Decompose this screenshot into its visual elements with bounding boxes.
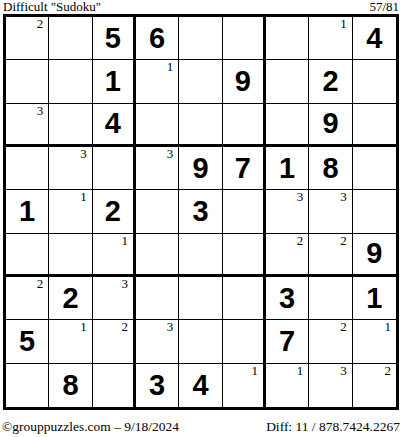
cell-r1c5[interactable] xyxy=(179,17,222,60)
cell-r1c7[interactable] xyxy=(266,17,309,60)
given-digit: 2 xyxy=(309,60,351,102)
cell-r3c3[interactable]: 4 xyxy=(93,104,136,147)
cell-r7c4[interactable] xyxy=(136,277,179,320)
progress-counter: 57/81 xyxy=(369,0,399,13)
corner-mark: 2 xyxy=(37,276,44,291)
cell-r3c2[interactable] xyxy=(49,104,92,147)
corner-mark: 1 xyxy=(251,363,258,378)
given-digit: 9 xyxy=(223,60,263,102)
cell-r5c3[interactable]: 2 xyxy=(93,190,136,233)
cell-r2c4[interactable]: 1 xyxy=(136,60,179,103)
cell-r4c8[interactable]: 8 xyxy=(309,147,352,190)
corner-mark: 3 xyxy=(167,146,174,161)
given-digit: 7 xyxy=(223,147,263,189)
cell-r6c5[interactable] xyxy=(179,234,222,277)
cell-r8c9[interactable]: 1 xyxy=(353,320,396,363)
cell-r1c6[interactable] xyxy=(223,17,266,60)
cell-r8c7[interactable]: 7 xyxy=(266,320,309,363)
cell-r5c7[interactable]: 3 xyxy=(266,190,309,233)
corner-mark: 1 xyxy=(384,319,391,334)
corner-mark: 2 xyxy=(340,233,347,248)
cell-r2c8[interactable]: 2 xyxy=(309,60,352,103)
cell-r1c1[interactable]: 2 xyxy=(6,17,49,60)
cell-r6c3[interactable]: 1 xyxy=(93,234,136,277)
corner-mark: 3 xyxy=(340,363,347,378)
cell-r7c3[interactable]: 3 xyxy=(93,277,136,320)
cell-r1c2[interactable] xyxy=(49,17,92,60)
cell-r3c4[interactable] xyxy=(136,104,179,147)
cell-r4c2[interactable]: 3 xyxy=(49,147,92,190)
cell-r2c1[interactable] xyxy=(6,60,49,103)
cell-r7c8[interactable] xyxy=(309,277,352,320)
cell-r8c5[interactable] xyxy=(179,320,222,363)
corner-mark: 1 xyxy=(121,233,128,248)
given-digit: 3 xyxy=(136,364,178,407)
sudoku-board: 2561411923493397181123331229223315123721… xyxy=(3,14,399,410)
cell-r4c9[interactable] xyxy=(353,147,396,190)
copyright-date: ©grouppuzzles.com – 9/18/2024 xyxy=(2,420,179,434)
cell-r4c3[interactable] xyxy=(93,147,136,190)
given-digit: 3 xyxy=(179,190,221,232)
cell-r6c6[interactable] xyxy=(223,234,266,277)
cell-r6c8[interactable]: 2 xyxy=(309,234,352,277)
corner-mark: 1 xyxy=(80,189,87,204)
cell-r4c5[interactable]: 9 xyxy=(179,147,222,190)
corner-mark: 1 xyxy=(167,59,174,74)
cell-r7c1[interactable]: 2 xyxy=(6,277,49,320)
given-digit: 1 xyxy=(266,147,308,189)
corner-mark: 3 xyxy=(340,189,347,204)
given-digit: 1 xyxy=(353,277,396,319)
cell-r5c5[interactable]: 3 xyxy=(179,190,222,233)
cell-r1c4[interactable]: 6 xyxy=(136,17,179,60)
cell-r2c9[interactable] xyxy=(353,60,396,103)
given-digit: 7 xyxy=(266,320,308,362)
cell-r1c9[interactable]: 4 xyxy=(353,17,396,60)
cell-r8c3[interactable]: 2 xyxy=(93,320,136,363)
cell-r7c2[interactable]: 2 xyxy=(49,277,92,320)
cell-r7c7[interactable]: 3 xyxy=(266,277,309,320)
cell-r3c5[interactable] xyxy=(179,104,222,147)
given-digit: 1 xyxy=(93,60,133,102)
cell-r4c1[interactable] xyxy=(6,147,49,190)
cell-r6c9[interactable]: 9 xyxy=(353,234,396,277)
given-digit: 4 xyxy=(353,17,396,59)
cell-r8c8[interactable]: 2 xyxy=(309,320,352,363)
header: Difficult "Sudoku" 57/81 xyxy=(3,0,399,13)
cell-r9c4[interactable]: 3 xyxy=(136,364,179,407)
cell-r8c1[interactable]: 5 xyxy=(6,320,49,363)
puzzle-title: Difficult "Sudoku" xyxy=(3,0,101,13)
cell-r2c3[interactable]: 1 xyxy=(93,60,136,103)
cell-r2c7[interactable] xyxy=(266,60,309,103)
cell-r7c9[interactable]: 1 xyxy=(353,277,396,320)
cell-r6c7[interactable]: 2 xyxy=(266,234,309,277)
given-digit: 9 xyxy=(179,147,221,189)
cell-r5c2[interactable]: 1 xyxy=(49,190,92,233)
corner-mark: 1 xyxy=(297,363,304,378)
cell-r1c8[interactable]: 1 xyxy=(309,17,352,60)
given-digit: 2 xyxy=(49,277,91,319)
corner-mark: 3 xyxy=(80,146,87,161)
cell-r5c1[interactable]: 1 xyxy=(6,190,49,233)
cell-r9c6[interactable]: 1 xyxy=(223,364,266,407)
corner-mark: 2 xyxy=(37,16,44,31)
cell-r8c6[interactable] xyxy=(223,320,266,363)
given-digit: 5 xyxy=(6,320,48,362)
cell-r9c7[interactable]: 1 xyxy=(266,364,309,407)
cell-r4c7[interactable]: 1 xyxy=(266,147,309,190)
footer: ©grouppuzzles.com – 9/18/2024 Diff: 11 /… xyxy=(2,420,400,434)
corner-mark: 3 xyxy=(167,319,174,334)
given-digit: 2 xyxy=(93,190,133,232)
corner-mark: 1 xyxy=(340,16,347,31)
given-digit: 3 xyxy=(266,277,308,319)
cell-r5c6[interactable] xyxy=(223,190,266,233)
difficulty-info: Diff: 11 / 878.7424.2267 xyxy=(266,420,400,434)
cell-r6c4[interactable] xyxy=(136,234,179,277)
cell-r2c6[interactable]: 9 xyxy=(223,60,266,103)
sudoku-page: Difficult "Sudoku" 57/81 256141192349339… xyxy=(0,0,402,437)
given-digit: 1 xyxy=(6,190,48,232)
cell-r9c9[interactable]: 2 xyxy=(353,364,396,407)
given-digit: 5 xyxy=(93,17,133,59)
given-digit: 9 xyxy=(353,234,396,274)
cell-r5c8[interactable]: 3 xyxy=(309,190,352,233)
given-digit: 4 xyxy=(179,364,221,407)
given-digit: 9 xyxy=(309,104,351,144)
cell-r2c5[interactable] xyxy=(179,60,222,103)
corner-mark: 3 xyxy=(297,189,304,204)
corner-mark: 2 xyxy=(121,319,128,334)
cell-r8c2[interactable]: 1 xyxy=(49,320,92,363)
corner-mark: 1 xyxy=(80,319,87,334)
cell-r7c5[interactable] xyxy=(179,277,222,320)
cell-r1c3[interactable]: 5 xyxy=(93,17,136,60)
given-digit: 8 xyxy=(49,364,91,407)
cell-r4c4[interactable]: 3 xyxy=(136,147,179,190)
cell-r9c2[interactable]: 8 xyxy=(49,364,92,407)
cell-r7c6[interactable] xyxy=(223,277,266,320)
cell-r9c1[interactable] xyxy=(6,364,49,407)
cell-r9c5[interactable]: 4 xyxy=(179,364,222,407)
cell-r9c3[interactable] xyxy=(93,364,136,407)
corner-mark: 2 xyxy=(340,319,347,334)
cell-r9c8[interactable]: 3 xyxy=(309,364,352,407)
cell-r8c4[interactable]: 3 xyxy=(136,320,179,363)
cell-r3c9[interactable] xyxy=(353,104,396,147)
corner-mark: 2 xyxy=(297,233,304,248)
cell-r3c8[interactable]: 9 xyxy=(309,104,352,147)
given-digit: 8 xyxy=(309,147,351,189)
corner-mark: 2 xyxy=(384,363,391,378)
given-digit: 4 xyxy=(93,104,133,144)
corner-mark: 3 xyxy=(37,103,44,118)
cell-r3c6[interactable] xyxy=(223,104,266,147)
corner-mark: 3 xyxy=(121,276,128,291)
cell-r6c1[interactable] xyxy=(6,234,49,277)
given-digit: 6 xyxy=(136,17,178,59)
cell-r5c9[interactable] xyxy=(353,190,396,233)
cell-r2c2[interactable] xyxy=(49,60,92,103)
cell-r4c6[interactable]: 7 xyxy=(223,147,266,190)
cell-r5c4[interactable] xyxy=(136,190,179,233)
cell-r3c7[interactable] xyxy=(266,104,309,147)
cell-r3c1[interactable]: 3 xyxy=(6,104,49,147)
cell-r6c2[interactable] xyxy=(49,234,92,277)
